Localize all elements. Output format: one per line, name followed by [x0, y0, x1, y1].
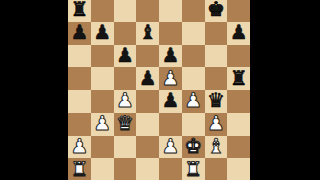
square-f2[interactable]: ♚ — [182, 136, 205, 159]
letterbox-left — [0, 0, 68, 180]
square-a6[interactable] — [68, 45, 91, 68]
square-f7[interactable] — [182, 22, 205, 45]
square-h4[interactable] — [227, 90, 250, 113]
black-pawn: ♟ — [161, 45, 179, 65]
white-pawn: ♟ — [116, 90, 134, 110]
square-h7[interactable]: ♟ — [227, 22, 250, 45]
square-a8[interactable]: ♜ — [68, 0, 91, 22]
square-e6[interactable]: ♟ — [159, 45, 182, 68]
square-g6[interactable] — [205, 45, 228, 68]
square-g2[interactable]: ♝ — [205, 136, 228, 159]
black-king: ♚ — [207, 0, 225, 19]
square-c5[interactable] — [114, 67, 137, 90]
square-g8[interactable]: ♚ — [205, 0, 228, 22]
square-d5[interactable]: ♟ — [136, 67, 159, 90]
square-f3[interactable] — [182, 113, 205, 136]
square-g5[interactable] — [205, 67, 228, 90]
square-d4[interactable] — [136, 90, 159, 113]
square-d7[interactable]: ♝ — [136, 22, 159, 45]
square-c3[interactable]: ♛ — [114, 113, 137, 136]
square-b2[interactable] — [91, 136, 114, 159]
square-c1[interactable] — [114, 158, 137, 180]
white-pawn: ♟ — [70, 136, 88, 156]
square-b8[interactable] — [91, 0, 114, 22]
square-b7[interactable]: ♟ — [91, 22, 114, 45]
square-h8[interactable] — [227, 0, 250, 22]
square-f6[interactable] — [182, 45, 205, 68]
square-g7[interactable] — [205, 22, 228, 45]
black-pawn: ♟ — [139, 68, 157, 88]
black-bishop: ♝ — [139, 22, 157, 42]
square-d1[interactable] — [136, 158, 159, 180]
square-d2[interactable] — [136, 136, 159, 159]
square-b4[interactable] — [91, 90, 114, 113]
white-pawn: ♟ — [184, 90, 202, 110]
square-h1[interactable] — [227, 158, 250, 180]
square-c4[interactable]: ♟ — [114, 90, 137, 113]
square-e5[interactable]: ♟ — [159, 67, 182, 90]
square-d6[interactable] — [136, 45, 159, 68]
black-pawn: ♟ — [70, 22, 88, 42]
square-a2[interactable]: ♟ — [68, 136, 91, 159]
black-pawn: ♟ — [116, 45, 134, 65]
black-pawn: ♟ — [93, 22, 111, 42]
white-pawn: ♟ — [207, 113, 225, 133]
square-h5[interactable]: ♜ — [227, 67, 250, 90]
square-e8[interactable] — [159, 0, 182, 22]
square-a1[interactable]: ♜ — [68, 158, 91, 180]
black-rook: ♜ — [70, 0, 88, 19]
square-h2[interactable] — [227, 136, 250, 159]
chess-board: ♜♚♟♟♝♟♟♟♟♟♜♟♟♟♛♟♛♟♟♟♚♝♜♜ — [68, 0, 250, 180]
video-frame: ♜♚♟♟♝♟♟♟♟♟♜♟♟♟♛♟♛♟♟♟♚♝♜♜ — [0, 0, 320, 180]
square-d8[interactable] — [136, 0, 159, 22]
square-c8[interactable] — [114, 0, 137, 22]
square-b3[interactable]: ♟ — [91, 113, 114, 136]
square-g3[interactable]: ♟ — [205, 113, 228, 136]
black-queen: ♛ — [207, 90, 225, 110]
square-e3[interactable] — [159, 113, 182, 136]
square-f5[interactable] — [182, 67, 205, 90]
square-f8[interactable] — [182, 0, 205, 22]
square-e4[interactable]: ♟ — [159, 90, 182, 113]
square-f4[interactable]: ♟ — [182, 90, 205, 113]
square-e1[interactable] — [159, 158, 182, 180]
square-a3[interactable] — [68, 113, 91, 136]
white-bishop: ♝ — [207, 136, 225, 156]
white-pawn: ♟ — [93, 113, 111, 133]
white-pawn: ♟ — [161, 136, 179, 156]
square-f1[interactable]: ♜ — [182, 158, 205, 180]
white-rook: ♜ — [70, 159, 88, 179]
square-b5[interactable] — [91, 67, 114, 90]
letterbox-right — [250, 0, 320, 180]
white-pawn: ♟ — [161, 68, 179, 88]
square-e7[interactable] — [159, 22, 182, 45]
white-king: ♚ — [184, 136, 202, 156]
square-h3[interactable] — [227, 113, 250, 136]
square-d3[interactable] — [136, 113, 159, 136]
black-pawn: ♟ — [161, 90, 179, 110]
square-c2[interactable] — [114, 136, 137, 159]
square-b6[interactable] — [91, 45, 114, 68]
black-rook: ♜ — [230, 68, 248, 88]
square-h6[interactable] — [227, 45, 250, 68]
white-queen: ♛ — [116, 113, 134, 133]
square-a4[interactable] — [68, 90, 91, 113]
square-c6[interactable]: ♟ — [114, 45, 137, 68]
black-pawn: ♟ — [230, 22, 248, 42]
square-a5[interactable] — [68, 67, 91, 90]
square-g4[interactable]: ♛ — [205, 90, 228, 113]
square-c7[interactable] — [114, 22, 137, 45]
square-g1[interactable] — [205, 158, 228, 180]
square-a7[interactable]: ♟ — [68, 22, 91, 45]
square-e2[interactable]: ♟ — [159, 136, 182, 159]
white-rook: ♜ — [184, 159, 202, 179]
square-b1[interactable] — [91, 158, 114, 180]
